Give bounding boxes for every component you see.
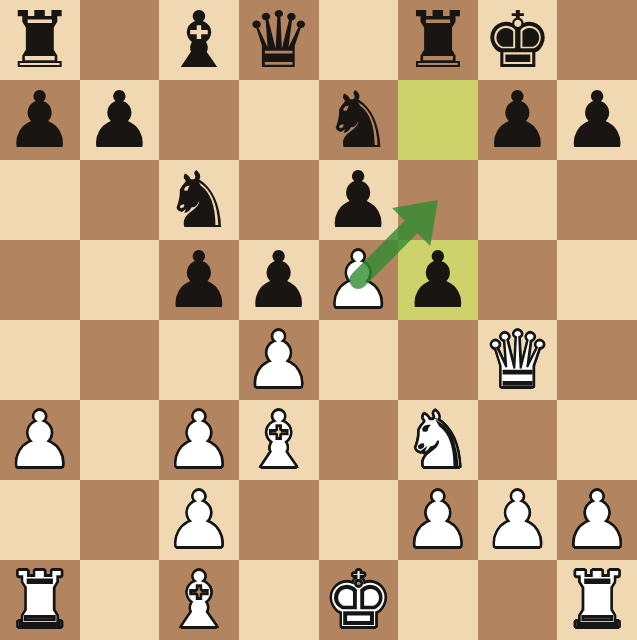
square-b4[interactable] — [80, 320, 160, 400]
square-c6[interactable]: ♞ — [159, 160, 239, 240]
black-queen-d8[interactable]: ♛ — [244, 1, 314, 79]
square-h8[interactable] — [557, 0, 637, 80]
square-e3[interactable] — [319, 400, 399, 480]
square-e2[interactable] — [319, 480, 399, 560]
square-g3[interactable] — [478, 400, 558, 480]
square-d1[interactable] — [239, 560, 319, 640]
white-rook-h1[interactable]: ♜ — [562, 561, 632, 639]
square-d4[interactable]: ♟ — [239, 320, 319, 400]
square-b7[interactable]: ♟ — [80, 80, 160, 160]
white-bishop-d3[interactable]: ♝ — [244, 401, 314, 479]
square-f4[interactable] — [398, 320, 478, 400]
square-e7[interactable]: ♞ — [319, 80, 399, 160]
square-h7[interactable]: ♟ — [557, 80, 637, 160]
square-d7[interactable] — [239, 80, 319, 160]
white-pawn-d4[interactable]: ♟ — [244, 321, 314, 399]
black-rook-f8[interactable]: ♜ — [403, 1, 473, 79]
square-e6[interactable]: ♟ — [319, 160, 399, 240]
square-a5[interactable] — [0, 240, 80, 320]
square-a4[interactable] — [0, 320, 80, 400]
square-d5[interactable]: ♟ — [239, 240, 319, 320]
white-pawn-g2[interactable]: ♟ — [483, 481, 553, 559]
square-g1[interactable] — [478, 560, 558, 640]
square-a1[interactable]: ♜ — [0, 560, 80, 640]
white-pawn-c3[interactable]: ♟ — [164, 401, 234, 479]
black-pawn-g7[interactable]: ♟ — [483, 81, 553, 159]
square-g4[interactable]: ♛ — [478, 320, 558, 400]
square-h6[interactable] — [557, 160, 637, 240]
square-b2[interactable] — [80, 480, 160, 560]
square-f6[interactable] — [398, 160, 478, 240]
square-a6[interactable] — [0, 160, 80, 240]
square-f8[interactable]: ♜ — [398, 0, 478, 80]
white-pawn-f2[interactable]: ♟ — [403, 481, 473, 559]
square-f7[interactable] — [398, 80, 478, 160]
white-rook-a1[interactable]: ♜ — [5, 561, 75, 639]
square-h3[interactable] — [557, 400, 637, 480]
square-a7[interactable]: ♟ — [0, 80, 80, 160]
black-pawn-e6[interactable]: ♟ — [323, 161, 393, 239]
black-bishop-c8[interactable]: ♝ — [164, 1, 234, 79]
square-a3[interactable]: ♟ — [0, 400, 80, 480]
black-pawn-c5[interactable]: ♟ — [164, 241, 234, 319]
black-knight-c6[interactable]: ♞ — [164, 161, 234, 239]
square-b6[interactable] — [80, 160, 160, 240]
white-pawn-a3[interactable]: ♟ — [5, 401, 75, 479]
square-g2[interactable]: ♟ — [478, 480, 558, 560]
white-queen-g4[interactable]: ♛ — [483, 321, 553, 399]
square-e4[interactable] — [319, 320, 399, 400]
square-h4[interactable] — [557, 320, 637, 400]
black-pawn-b7[interactable]: ♟ — [84, 81, 154, 159]
square-d6[interactable] — [239, 160, 319, 240]
square-c4[interactable] — [159, 320, 239, 400]
white-knight-f3[interactable]: ♞ — [403, 401, 473, 479]
square-b1[interactable] — [80, 560, 160, 640]
square-a2[interactable] — [0, 480, 80, 560]
square-g6[interactable] — [478, 160, 558, 240]
square-f1[interactable] — [398, 560, 478, 640]
square-c7[interactable] — [159, 80, 239, 160]
black-rook-a8[interactable]: ♜ — [5, 1, 75, 79]
square-a8[interactable]: ♜ — [0, 0, 80, 80]
square-h5[interactable] — [557, 240, 637, 320]
square-d2[interactable] — [239, 480, 319, 560]
square-c2[interactable]: ♟ — [159, 480, 239, 560]
square-c3[interactable]: ♟ — [159, 400, 239, 480]
black-pawn-f5[interactable]: ♟ — [403, 241, 473, 319]
white-king-e1[interactable]: ♚ — [323, 561, 393, 639]
square-f2[interactable]: ♟ — [398, 480, 478, 560]
black-pawn-h7[interactable]: ♟ — [562, 81, 632, 159]
white-bishop-c1[interactable]: ♝ — [164, 561, 234, 639]
square-h1[interactable]: ♜ — [557, 560, 637, 640]
square-d3[interactable]: ♝ — [239, 400, 319, 480]
white-pawn-c2[interactable]: ♟ — [164, 481, 234, 559]
square-f5[interactable]: ♟ — [398, 240, 478, 320]
square-e1[interactable]: ♚ — [319, 560, 399, 640]
square-e5[interactable]: ♟ — [319, 240, 399, 320]
square-c8[interactable]: ♝ — [159, 0, 239, 80]
white-pawn-e5[interactable]: ♟ — [323, 241, 393, 319]
black-knight-e7[interactable]: ♞ — [323, 81, 393, 159]
white-pawn-h2[interactable]: ♟ — [562, 481, 632, 559]
square-b8[interactable] — [80, 0, 160, 80]
square-f3[interactable]: ♞ — [398, 400, 478, 480]
black-king-g8[interactable]: ♚ — [483, 1, 553, 79]
square-e8[interactable] — [319, 0, 399, 80]
square-c5[interactable]: ♟ — [159, 240, 239, 320]
square-b3[interactable] — [80, 400, 160, 480]
square-g8[interactable]: ♚ — [478, 0, 558, 80]
square-b5[interactable] — [80, 240, 160, 320]
square-h2[interactable]: ♟ — [557, 480, 637, 560]
black-pawn-a7[interactable]: ♟ — [5, 81, 75, 159]
chess-board: ♜♝♛♜♚♟♟♞♟♟♞♟♟♟♟♟♟♛♟♟♝♞♟♟♟♟♜♝♚♜ — [0, 0, 637, 640]
black-pawn-d5[interactable]: ♟ — [244, 241, 314, 319]
square-g5[interactable] — [478, 240, 558, 320]
square-c1[interactable]: ♝ — [159, 560, 239, 640]
square-d8[interactable]: ♛ — [239, 0, 319, 80]
square-g7[interactable]: ♟ — [478, 80, 558, 160]
